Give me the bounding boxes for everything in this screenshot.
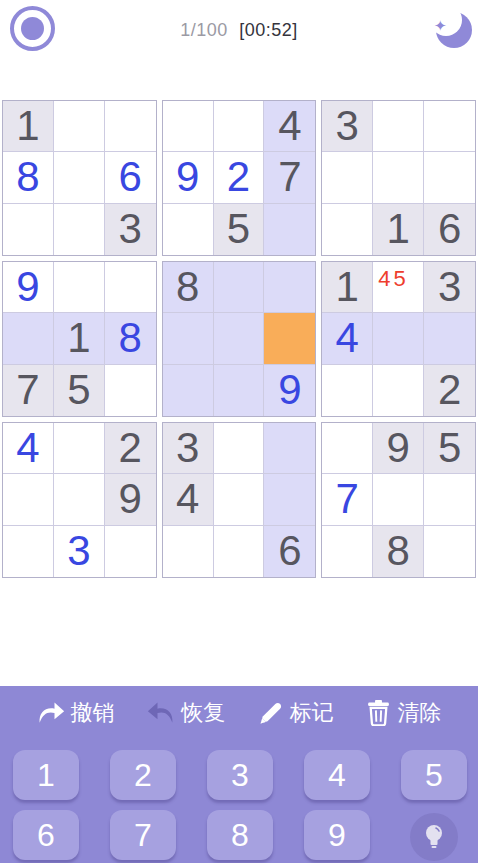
sudoku-cell-r3c9[interactable]: 6: [424, 204, 475, 255]
sudoku-cell-r7c1[interactable]: 4: [3, 423, 54, 474]
sudoku-cell-r3c7[interactable]: [322, 204, 373, 255]
sudoku-cell-r3c5[interactable]: 5: [214, 204, 265, 255]
sudoku-cell-r4c1[interactable]: 9: [3, 262, 54, 313]
sudoku-cell-r4c2[interactable]: [54, 262, 105, 313]
sudoku-cell-r9c7[interactable]: [322, 526, 373, 577]
redo-label: 恢复: [181, 698, 225, 728]
sudoku-cell-r8c3[interactable]: 9: [105, 474, 156, 525]
sudoku-cell-r8c2[interactable]: [54, 474, 105, 525]
pencil-icon: [258, 700, 284, 726]
sudoku-cell-r8c1[interactable]: [3, 474, 54, 525]
sudoku-cell-r2c8[interactable]: [373, 152, 424, 203]
sudoku-app: 1/100 [00:52] ✦ 186349275316918758914534…: [0, 0, 478, 863]
clear-button[interactable]: 清除: [366, 698, 441, 728]
sudoku-cell-r5c3[interactable]: 8: [105, 313, 156, 364]
sudoku-cell-r8c7[interactable]: 7: [322, 474, 373, 525]
sudoku-cell-r4c4[interactable]: 8: [163, 262, 214, 313]
sudoku-cell-r9c8[interactable]: 8: [373, 526, 424, 577]
sudoku-cell-r6c5[interactable]: [214, 365, 265, 416]
sudoku-board: 186349275316918758914534242933469578: [2, 100, 476, 578]
sudoku-cell-r1c8[interactable]: [373, 101, 424, 152]
sudoku-cell-r9c4[interactable]: [163, 526, 214, 577]
sudoku-cell-r5c7[interactable]: 4: [322, 313, 373, 364]
redo-button[interactable]: 恢复: [147, 698, 225, 728]
trash-icon: [366, 700, 391, 726]
sudoku-cell-r6c1[interactable]: 7: [3, 365, 54, 416]
sudoku-cell-r4c3[interactable]: [105, 262, 156, 313]
undo-arrow-icon: [37, 700, 65, 726]
sudoku-block: 91875: [2, 261, 157, 417]
redo-arrow-icon: [147, 700, 175, 726]
sudoku-block: 49275: [162, 100, 317, 256]
sudoku-cell-r2c9[interactable]: [424, 152, 475, 203]
sudoku-cell-r1c6[interactable]: 4: [264, 101, 315, 152]
sudoku-cell-r6c7[interactable]: [322, 365, 373, 416]
sudoku-cell-r6c3[interactable]: [105, 365, 156, 416]
sudoku-cell-r4c9[interactable]: 3: [424, 262, 475, 313]
sudoku-cell-r5c8[interactable]: [373, 313, 424, 364]
mark-button[interactable]: 标记: [258, 698, 334, 728]
numpad-key-5[interactable]: 5: [401, 750, 467, 800]
sudoku-cell-r3c6[interactable]: [264, 204, 315, 255]
sudoku-cell-r6c2[interactable]: 5: [54, 365, 105, 416]
sudoku-cell-r7c2[interactable]: [54, 423, 105, 474]
sudoku-cell-r3c4[interactable]: [163, 204, 214, 255]
sudoku-cell-r1c5[interactable]: [214, 101, 265, 152]
sudoku-cell-r8c4[interactable]: 4: [163, 474, 214, 525]
sudoku-block: 89: [162, 261, 317, 417]
sudoku-cell-r5c1[interactable]: [3, 313, 54, 364]
sudoku-block: 145342: [321, 261, 476, 417]
puzzle-progress: 1/100: [180, 20, 228, 40]
numpad-key-8[interactable]: 8: [207, 810, 273, 860]
numpad-key-4[interactable]: 4: [304, 750, 370, 800]
numpad-row-2: 6789: [0, 810, 478, 860]
undo-button[interactable]: 撤销: [37, 698, 115, 728]
sudoku-cell-r2c4[interactable]: 9: [163, 152, 214, 203]
sudoku-cell-r9c1[interactable]: [3, 526, 54, 577]
sudoku-block: 1863: [2, 100, 157, 256]
bottom-panel: 撤销 恢复 标记: [0, 686, 478, 863]
sudoku-cell-r3c2[interactable]: [54, 204, 105, 255]
numpad-key-1[interactable]: 1: [13, 750, 79, 800]
clear-label: 清除: [397, 698, 441, 728]
hint-button[interactable]: [410, 813, 458, 861]
sudoku-block: 316: [321, 100, 476, 256]
sudoku-cell-r7c6[interactable]: [264, 423, 315, 474]
sudoku-cell-r1c4[interactable]: [163, 101, 214, 152]
sudoku-cell-r6c9[interactable]: 2: [424, 365, 475, 416]
numpad-key-9[interactable]: 9: [304, 810, 370, 860]
numpad-row-1: 12345: [0, 750, 478, 800]
sudoku-cell-r4c8[interactable]: 45: [373, 262, 424, 313]
sudoku-cell-r8c5[interactable]: [214, 474, 265, 525]
sudoku-cell-r9c9[interactable]: [424, 526, 475, 577]
sudoku-cell-r4c7[interactable]: 1: [322, 262, 373, 313]
sudoku-cell-r7c9[interactable]: 5: [424, 423, 475, 474]
undo-label: 撤销: [71, 698, 115, 728]
sudoku-cell-r2c5[interactable]: 2: [214, 152, 265, 203]
sudoku-cell-r3c8[interactable]: 1: [373, 204, 424, 255]
sudoku-cell-r2c2[interactable]: [54, 152, 105, 203]
sudoku-cell-r1c3[interactable]: [105, 101, 156, 152]
mark-label: 标记: [290, 698, 334, 728]
header-bar: 1/100 [00:52] ✦: [0, 0, 478, 60]
game-timer: [00:52]: [239, 20, 298, 40]
sudoku-cell-r7c5[interactable]: [214, 423, 265, 474]
sudoku-cell-r8c9[interactable]: [424, 474, 475, 525]
sudoku-cell-r2c6[interactable]: 7: [264, 152, 315, 203]
sudoku-cell-r8c6[interactable]: [264, 474, 315, 525]
sudoku-block: 346: [162, 422, 317, 578]
numpad-key-2[interactable]: 2: [110, 750, 176, 800]
sudoku-cell-r2c7[interactable]: [322, 152, 373, 203]
sudoku-cell-r6c8[interactable]: [373, 365, 424, 416]
sudoku-cell-r1c1[interactable]: 1: [3, 101, 54, 152]
sudoku-cell-r2c1[interactable]: 8: [3, 152, 54, 203]
sudoku-cell-r1c2[interactable]: [54, 101, 105, 152]
night-mode-icon[interactable]: ✦: [432, 6, 474, 52]
numpad-key-3[interactable]: 3: [207, 750, 273, 800]
sudoku-cell-r7c3[interactable]: 2: [105, 423, 156, 474]
sudoku-block: 4293: [2, 422, 157, 578]
sudoku-cell-r9c2[interactable]: 3: [54, 526, 105, 577]
sudoku-cell-r6c6[interactable]: 9: [264, 365, 315, 416]
toolbar: 撤销 恢复 标记: [0, 686, 478, 740]
sudoku-cell-r9c6[interactable]: 6: [264, 526, 315, 577]
sudoku-cell-r7c7[interactable]: [322, 423, 373, 474]
sudoku-cell-r4c5[interactable]: [214, 262, 265, 313]
pencil-marks: 45: [378, 268, 408, 290]
sudoku-cell-r9c5[interactable]: [214, 526, 265, 577]
sudoku-cell-r3c3[interactable]: 3: [105, 204, 156, 255]
sudoku-cell-r9c3[interactable]: [105, 526, 156, 577]
sudoku-cell-r5c4[interactable]: [163, 313, 214, 364]
sudoku-cell-r8c8[interactable]: [373, 474, 424, 525]
hint-slot: [401, 810, 467, 860]
sudoku-cell-r5c5[interactable]: [214, 313, 265, 364]
sudoku-cell-r5c6[interactable]: [264, 313, 315, 364]
sudoku-cell-r3c1[interactable]: [3, 204, 54, 255]
sudoku-cell-r5c9[interactable]: [424, 313, 475, 364]
sudoku-cell-r7c8[interactable]: 9: [373, 423, 424, 474]
header-title: 1/100 [00:52]: [0, 20, 478, 41]
sudoku-cell-r6c4[interactable]: [163, 365, 214, 416]
sudoku-cell-r7c4[interactable]: 3: [163, 423, 214, 474]
sudoku-cell-r2c3[interactable]: 6: [105, 152, 156, 203]
lightbulb-icon: [423, 824, 445, 850]
moon-star: ✦: [434, 18, 447, 33]
numpad-key-6[interactable]: 6: [13, 810, 79, 860]
numpad-key-7[interactable]: 7: [110, 810, 176, 860]
sudoku-cell-r1c7[interactable]: 3: [322, 101, 373, 152]
sudoku-cell-r4c6[interactable]: [264, 262, 315, 313]
sudoku-cell-r5c2[interactable]: 1: [54, 313, 105, 364]
sudoku-cell-r1c9[interactable]: [424, 101, 475, 152]
sudoku-block: 9578: [321, 422, 476, 578]
